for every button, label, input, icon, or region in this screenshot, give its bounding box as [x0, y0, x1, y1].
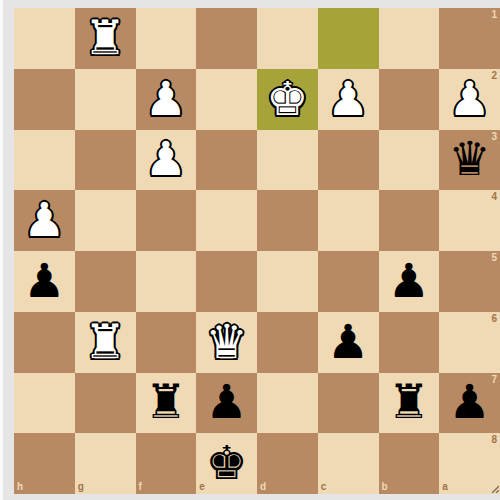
- rank-label-8: 8: [491, 435, 497, 445]
- black-pawn[interactable]: ♟: [327, 318, 369, 365]
- file-label-h: h: [17, 482, 23, 492]
- rank-label-5: 5: [491, 253, 497, 263]
- square-c6[interactable]: ♟: [318, 312, 379, 373]
- white-king[interactable]: ♚: [266, 75, 308, 122]
- square-a7[interactable]: ♟7: [439, 373, 500, 434]
- rank-label-2: 2: [491, 71, 497, 81]
- square-d7[interactable]: [257, 373, 318, 434]
- square-a1[interactable]: 1: [439, 8, 500, 69]
- square-e4[interactable]: [196, 190, 257, 251]
- rank-label-7: 7: [491, 375, 497, 385]
- square-h4[interactable]: ♟: [14, 190, 75, 251]
- square-d3[interactable]: [257, 130, 318, 191]
- square-f4[interactable]: [136, 190, 197, 251]
- square-f1[interactable]: [136, 8, 197, 69]
- square-g6[interactable]: ♜: [75, 312, 136, 373]
- square-a3[interactable]: ♛3: [439, 130, 500, 191]
- square-b5[interactable]: ♟: [379, 251, 440, 312]
- square-d6[interactable]: [257, 312, 318, 373]
- file-label-g: g: [78, 482, 84, 492]
- white-pawn[interactable]: ♟: [449, 75, 491, 122]
- square-f8[interactable]: f: [136, 433, 197, 494]
- square-d8[interactable]: d: [257, 433, 318, 494]
- file-label-e: e: [199, 482, 205, 492]
- rank-label-3: 3: [491, 132, 497, 142]
- board-window: ♜1♟♚♟♟2♟♛3♟4♟♟5♜♛♟6♜♟♜♟7hgf♚edcb8a: [0, 0, 500, 500]
- square-e7[interactable]: ♟: [196, 373, 257, 434]
- square-h2[interactable]: [14, 69, 75, 130]
- square-d2[interactable]: ♚: [257, 69, 318, 130]
- white-queen[interactable]: ♛: [206, 318, 248, 365]
- square-a4[interactable]: 4: [439, 190, 500, 251]
- square-h1[interactable]: [14, 8, 75, 69]
- white-pawn[interactable]: ♟: [327, 75, 369, 122]
- black-pawn[interactable]: ♟: [388, 257, 430, 304]
- square-h8[interactable]: h: [14, 433, 75, 494]
- square-b2[interactable]: [379, 69, 440, 130]
- square-g2[interactable]: [75, 69, 136, 130]
- square-b4[interactable]: [379, 190, 440, 251]
- white-rook[interactable]: ♜: [84, 318, 126, 365]
- square-b3[interactable]: [379, 130, 440, 191]
- square-g7[interactable]: [75, 373, 136, 434]
- square-h5[interactable]: ♟: [14, 251, 75, 312]
- square-e1[interactable]: [196, 8, 257, 69]
- white-pawn[interactable]: ♟: [145, 135, 187, 182]
- square-f5[interactable]: [136, 251, 197, 312]
- square-a6[interactable]: 6: [439, 312, 500, 373]
- black-king[interactable]: ♚: [206, 439, 248, 486]
- white-pawn[interactable]: ♟: [23, 196, 65, 243]
- square-g5[interactable]: [75, 251, 136, 312]
- square-d5[interactable]: [257, 251, 318, 312]
- square-d1[interactable]: [257, 8, 318, 69]
- square-a2[interactable]: ♟2: [439, 69, 500, 130]
- square-f2[interactable]: ♟: [136, 69, 197, 130]
- black-pawn[interactable]: ♟: [449, 378, 491, 425]
- square-b6[interactable]: [379, 312, 440, 373]
- square-a5[interactable]: 5: [439, 251, 500, 312]
- white-pawn[interactable]: ♟: [145, 75, 187, 122]
- square-f7[interactable]: ♜: [136, 373, 197, 434]
- black-rook[interactable]: ♜: [145, 378, 187, 425]
- black-rook[interactable]: ♜: [388, 378, 430, 425]
- square-f3[interactable]: ♟: [136, 130, 197, 191]
- white-rook[interactable]: ♜: [84, 14, 126, 61]
- square-c3[interactable]: [318, 130, 379, 191]
- square-e6[interactable]: ♛: [196, 312, 257, 373]
- chess-board: ♜1♟♚♟♟2♟♛3♟4♟♟5♜♛♟6♜♟♜♟7hgf♚edcb8a: [14, 8, 500, 494]
- resize-handle-icon[interactable]: [489, 483, 499, 493]
- file-label-d: d: [260, 482, 266, 492]
- square-h3[interactable]: [14, 130, 75, 191]
- square-e2[interactable]: [196, 69, 257, 130]
- square-c5[interactable]: [318, 251, 379, 312]
- rank-label-1: 1: [491, 10, 497, 20]
- file-label-c: c: [321, 482, 327, 492]
- square-c4[interactable]: [318, 190, 379, 251]
- rank-label-4: 4: [491, 192, 497, 202]
- square-e5[interactable]: [196, 251, 257, 312]
- file-label-b: b: [382, 482, 388, 492]
- square-g8[interactable]: g: [75, 433, 136, 494]
- square-h6[interactable]: [14, 312, 75, 373]
- square-g4[interactable]: [75, 190, 136, 251]
- square-g1[interactable]: ♜: [75, 8, 136, 69]
- window-edge: [0, 0, 3, 500]
- square-c7[interactable]: [318, 373, 379, 434]
- file-label-a: a: [442, 482, 448, 492]
- black-pawn[interactable]: ♟: [23, 257, 65, 304]
- square-h7[interactable]: [14, 373, 75, 434]
- square-b1[interactable]: [379, 8, 440, 69]
- square-e3[interactable]: [196, 130, 257, 191]
- square-e8[interactable]: ♚e: [196, 433, 257, 494]
- rank-label-6: 6: [491, 314, 497, 324]
- black-pawn[interactable]: ♟: [206, 378, 248, 425]
- square-g3[interactable]: [75, 130, 136, 191]
- square-c2[interactable]: ♟: [318, 69, 379, 130]
- square-c1[interactable]: [318, 8, 379, 69]
- square-c8[interactable]: c: [318, 433, 379, 494]
- square-a8[interactable]: 8a: [439, 433, 500, 494]
- file-label-f: f: [139, 482, 142, 492]
- square-b7[interactable]: ♜: [379, 373, 440, 434]
- black-queen[interactable]: ♛: [449, 135, 491, 182]
- square-f6[interactable]: [136, 312, 197, 373]
- square-b8[interactable]: b: [379, 433, 440, 494]
- square-d4[interactable]: [257, 190, 318, 251]
